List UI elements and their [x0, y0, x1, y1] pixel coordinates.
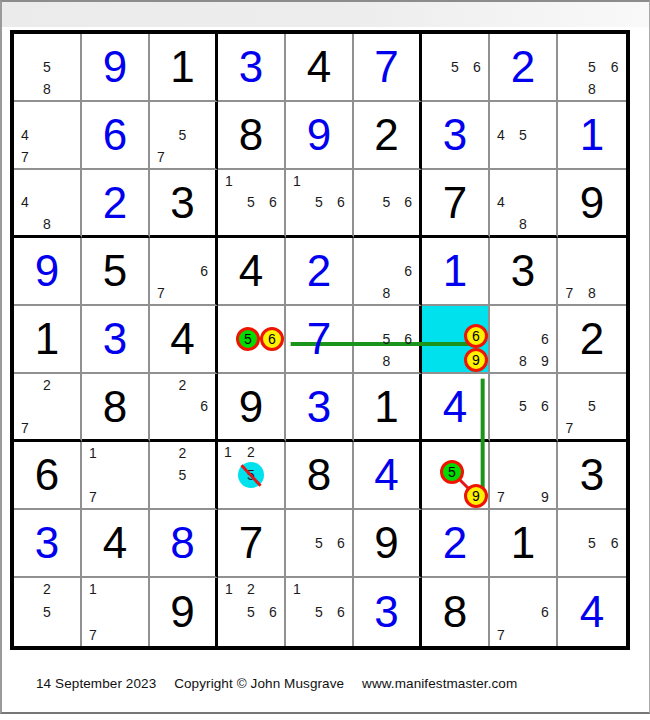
digit-r6c4: 9	[218, 374, 284, 439]
candidate-r2c3-7: 7	[157, 150, 165, 164]
candidate-r4c9-8: 8	[588, 286, 596, 300]
candidate-r3c4-5: 5	[247, 195, 255, 209]
cell-r6c3[interactable]: 26	[150, 374, 218, 442]
candidate-r3c5-5: 5	[315, 195, 323, 209]
cell-r6c1[interactable]: 27	[14, 374, 82, 442]
candidates-r2c8: 45	[490, 102, 556, 168]
candidate-r9c5-6: 6	[337, 605, 345, 619]
digit-r2c5: 9	[286, 102, 352, 168]
digit-r2c9: 1	[558, 102, 626, 168]
candidate-r7c8-7: 7	[497, 490, 505, 504]
cell-r5c6[interactable]: 568	[354, 306, 422, 374]
cell-r2c4[interactable]: 8	[218, 102, 286, 170]
cell-r7c7[interactable]: 59	[422, 442, 490, 510]
candidates-r2c1: 47	[14, 102, 80, 168]
digit-r8c2: 4	[82, 510, 148, 576]
candidates-r1c9: 568	[558, 34, 626, 100]
cell-r3c4[interactable]: 156	[218, 170, 286, 238]
digit-r4c8: 3	[490, 238, 556, 304]
cell-r8c8[interactable]: 1	[490, 510, 558, 578]
candidate-r6c3-6: 6	[200, 399, 208, 413]
candidates-r3c8: 48	[490, 170, 556, 235]
cell-r6c8[interactable]: 56	[490, 374, 558, 442]
candidate-r9c4-1: 1	[225, 582, 233, 596]
candidate-r5c4-5: 5	[236, 327, 260, 351]
digit-r2c6: 2	[354, 102, 419, 168]
candidates-r4c9: 78	[558, 238, 626, 304]
digit-r1c8: 2	[490, 34, 556, 100]
candidates-r6c8: 56	[490, 374, 556, 439]
candidate-r9c1-2: 2	[43, 582, 51, 596]
candidate-r3c1-4: 4	[21, 195, 29, 209]
digit-r6c2: 8	[82, 374, 148, 439]
candidate-r3c1-8: 8	[43, 217, 51, 231]
digit-r5c3: 4	[150, 306, 215, 372]
candidate-r3c5-1: 1	[293, 174, 301, 188]
candidate-r5c8-8: 8	[519, 354, 527, 368]
candidate-r5c6-5: 5	[383, 332, 391, 346]
candidates-r9c2: 17	[82, 578, 148, 646]
candidate-r9c5-5: 5	[315, 605, 323, 619]
cell-r1c7[interactable]: 56	[422, 34, 490, 102]
cell-r8c1[interactable]: 3	[14, 510, 82, 578]
candidate-r6c9-7: 7	[565, 421, 573, 435]
digit-r8c7: 2	[422, 510, 488, 576]
candidate-r1c1-5: 5	[43, 60, 51, 74]
candidate-r8c5-6: 6	[337, 536, 345, 550]
candidates-r7c3: 25	[150, 442, 215, 508]
cell-r4c8[interactable]: 3	[490, 238, 558, 306]
cell-r8c9[interactable]: 56	[558, 510, 626, 578]
cell-r1c6[interactable]: 7	[354, 34, 422, 102]
candidate-r7c4-5: 5	[238, 462, 264, 488]
candidate-r4c3-6: 6	[200, 264, 208, 278]
digit-r1c6: 7	[354, 34, 419, 100]
cell-r7c5[interactable]: 8	[286, 442, 354, 510]
cell-r4c9[interactable]: 78	[558, 238, 626, 306]
digit-r5c1: 1	[14, 306, 80, 372]
cell-r1c5[interactable]: 4	[286, 34, 354, 102]
candidate-r9c8-7: 7	[497, 628, 505, 642]
board-grid: 5891347562568476578923451482315615656748…	[14, 34, 626, 646]
candidate-r7c4-1: 1	[224, 445, 232, 459]
digit-r1c4: 3	[218, 34, 284, 100]
candidates-r5c6: 568	[354, 306, 419, 372]
cell-r5c7[interactable]: 69	[422, 306, 490, 374]
cell-r5c1[interactable]: 1	[14, 306, 82, 374]
digit-r4c2: 5	[82, 238, 148, 304]
candidate-r1c7-5: 5	[451, 60, 459, 74]
candidates-r6c1: 27	[14, 374, 80, 439]
cell-r7c4[interactable]: 125	[218, 442, 286, 510]
digit-r8c1: 3	[14, 510, 80, 576]
cell-r1c4[interactable]: 3	[218, 34, 286, 102]
cell-r7c6[interactable]: 4	[354, 442, 422, 510]
digit-r3c7: 7	[422, 170, 488, 235]
digit-r7c6: 4	[354, 442, 419, 508]
candidate-r3c4-6: 6	[269, 195, 277, 209]
candidates-r8c9: 56	[558, 510, 626, 576]
candidates-r9c5: 156	[286, 578, 352, 646]
cell-r7c2[interactable]: 17	[82, 442, 150, 510]
candidates-r7c4: 125	[218, 442, 284, 508]
digit-r9c6: 3	[354, 578, 419, 646]
cell-r4c2[interactable]: 5	[82, 238, 150, 306]
cell-r1c8[interactable]: 2	[490, 34, 558, 102]
candidate-r9c8-6: 6	[541, 605, 549, 619]
cell-r2c8[interactable]: 45	[490, 102, 558, 170]
candidate-r6c1-7: 7	[21, 421, 29, 435]
candidate-r2c1-7: 7	[21, 150, 29, 164]
candidates-r7c2: 17	[82, 442, 148, 508]
candidate-r6c9-5: 5	[588, 399, 596, 413]
digit-r3c3: 3	[150, 170, 215, 235]
cell-r4c6[interactable]: 68	[354, 238, 422, 306]
candidate-r3c8-4: 4	[497, 195, 505, 209]
candidate-r5c6-8: 8	[383, 354, 391, 368]
cell-r4c5[interactable]: 2	[286, 238, 354, 306]
cell-r6c5[interactable]: 3	[286, 374, 354, 442]
candidate-r4c6-8: 8	[383, 286, 391, 300]
candidate-r2c1-4: 4	[21, 128, 29, 142]
digit-r5c5: 7	[286, 306, 352, 372]
candidates-r8c5: 56	[286, 510, 352, 576]
candidates-r9c4: 1256	[218, 578, 284, 646]
candidate-r7c3-5: 5	[179, 468, 187, 482]
candidate-r6c8-6: 6	[541, 399, 549, 413]
candidate-r5c7-6: 6	[464, 324, 488, 348]
candidate-r7c8-9: 9	[541, 490, 549, 504]
cell-r7c3[interactable]: 25	[150, 442, 218, 510]
candidate-r3c6-5: 5	[383, 195, 391, 209]
digit-r4c4: 4	[218, 238, 284, 304]
candidate-r3c5-6: 6	[337, 195, 345, 209]
cell-r3c8[interactable]: 48	[490, 170, 558, 238]
cell-r6c6[interactable]: 1	[354, 374, 422, 442]
candidate-r5c4-6: 6	[260, 327, 284, 351]
digit-r4c5: 2	[286, 238, 352, 304]
cell-r5c8[interactable]: 689	[490, 306, 558, 374]
candidates-r6c3: 26	[150, 374, 215, 439]
cell-r2c7[interactable]: 3	[422, 102, 490, 170]
candidate-r9c1-5: 5	[43, 605, 51, 619]
cell-r9c1[interactable]: 25	[14, 578, 82, 646]
footer-copyright: Copyright © John Musgrave	[174, 676, 344, 691]
cell-r3c3[interactable]: 3	[150, 170, 218, 238]
cell-r8c5[interactable]: 56	[286, 510, 354, 578]
candidates-r3c1: 48	[14, 170, 80, 235]
candidate-r6c3-2: 2	[179, 378, 187, 392]
cell-r2c9[interactable]: 1	[558, 102, 626, 170]
digit-r2c2: 6	[82, 102, 148, 168]
candidate-r3c6-6: 6	[404, 195, 412, 209]
cell-r2c6[interactable]: 2	[354, 102, 422, 170]
candidate-r8c9-6: 6	[611, 536, 619, 550]
cell-r9c5[interactable]: 156	[286, 578, 354, 646]
cell-r6c7[interactable]: 4	[422, 374, 490, 442]
candidate-r7c7-5: 5	[440, 460, 464, 484]
digit-r8c3: 8	[150, 510, 215, 576]
cell-r1c9[interactable]: 568	[558, 34, 626, 102]
candidates-r5c4: 56	[218, 306, 284, 372]
cell-r6c4[interactable]: 9	[218, 374, 286, 442]
cell-r9c4[interactable]: 1256	[218, 578, 286, 646]
cell-r9c6[interactable]: 3	[354, 578, 422, 646]
candidate-r8c9-5: 5	[588, 536, 596, 550]
digit-r6c5: 3	[286, 374, 352, 439]
candidate-r9c2-7: 7	[89, 628, 97, 642]
candidates-r4c6: 68	[354, 238, 419, 304]
candidate-r7c4-2: 2	[247, 445, 255, 459]
cell-r5c9[interactable]: 2	[558, 306, 626, 374]
candidates-r5c7: 69	[422, 306, 488, 372]
candidate-r5c6-6: 6	[404, 332, 412, 346]
cell-r3c1[interactable]: 48	[14, 170, 82, 238]
cell-r2c1[interactable]: 47	[14, 102, 82, 170]
candidate-r7c7-9: 9	[464, 484, 488, 508]
candidates-r3c4: 156	[218, 170, 284, 235]
cell-r8c3[interactable]: 8	[150, 510, 218, 578]
candidate-r4c3-7: 7	[157, 286, 165, 300]
candidates-r9c1: 25	[14, 578, 80, 646]
cell-r2c3[interactable]: 57	[150, 102, 218, 170]
footer-date: 14 September 2023	[36, 676, 156, 691]
candidates-r9c8: 67	[490, 578, 556, 646]
digit-r3c9: 9	[558, 170, 626, 235]
digit-r4c7: 1	[422, 238, 488, 304]
digit-r5c2: 3	[82, 306, 148, 372]
footer-website: www.manifestmaster.com	[362, 676, 517, 691]
cell-r7c8[interactable]: 79	[490, 442, 558, 510]
candidates-r5c8: 689	[490, 306, 556, 372]
digit-r9c3: 9	[150, 578, 215, 646]
header-bar	[2, 2, 649, 27]
candidate-r7c2-1: 1	[89, 446, 97, 460]
candidate-r1c1-8: 8	[43, 82, 51, 96]
cell-r4c7[interactable]: 1	[422, 238, 490, 306]
cell-r7c9[interactable]: 3	[558, 442, 626, 510]
cell-r9c7[interactable]: 8	[422, 578, 490, 646]
footer: 14 September 2023 Copyright © John Musgr…	[36, 676, 531, 691]
digit-r1c5: 4	[286, 34, 352, 100]
cell-r6c9[interactable]: 57	[558, 374, 626, 442]
candidate-r9c4-2: 2	[247, 582, 255, 596]
cell-r1c1[interactable]: 58	[14, 34, 82, 102]
cell-r3c7[interactable]: 7	[422, 170, 490, 238]
candidate-r6c1-2: 2	[43, 378, 51, 392]
candidates-r2c3: 57	[150, 102, 215, 168]
digit-r1c2: 9	[82, 34, 148, 100]
candidate-r6c8-5: 5	[519, 399, 527, 413]
digit-r8c6: 9	[354, 510, 419, 576]
digit-r4c1: 9	[14, 238, 80, 304]
candidates-r7c7: 59	[422, 442, 488, 508]
candidate-r9c4-5: 5	[247, 605, 255, 619]
digit-r7c5: 8	[286, 442, 352, 508]
cell-r8c7[interactable]: 2	[422, 510, 490, 578]
candidates-r3c5: 156	[286, 170, 352, 235]
cell-r5c5[interactable]: 7	[286, 306, 354, 374]
candidates-r6c9: 57	[558, 374, 626, 439]
candidate-r3c8-8: 8	[519, 217, 527, 231]
digit-r5c9: 2	[558, 306, 626, 372]
digit-r1c3: 1	[150, 34, 215, 100]
cell-r2c5[interactable]: 9	[286, 102, 354, 170]
sudoku-board: 5891347562568476578923451482315615656748…	[10, 30, 630, 650]
cell-r3c6[interactable]: 56	[354, 170, 422, 238]
candidate-r4c6-6: 6	[404, 264, 412, 278]
cell-r5c2[interactable]: 3	[82, 306, 150, 374]
candidate-r5c7-9: 9	[464, 348, 488, 372]
candidate-r9c5-1: 1	[293, 582, 301, 596]
cell-r8c2[interactable]: 4	[82, 510, 150, 578]
candidate-r2c8-4: 4	[497, 128, 505, 142]
candidates-r4c3: 67	[150, 238, 215, 304]
candidate-r5c8-6: 6	[541, 332, 549, 346]
candidates-r1c7: 56	[422, 34, 488, 100]
digit-r2c7: 3	[422, 102, 488, 168]
cell-r6c2[interactable]: 8	[82, 374, 150, 442]
cell-r9c9[interactable]: 4	[558, 578, 626, 646]
candidate-r7c3-2: 2	[179, 446, 187, 460]
digit-r8c4: 7	[218, 510, 284, 576]
digit-r8c8: 1	[490, 510, 556, 576]
candidate-r5c8-9: 9	[541, 354, 549, 368]
digit-r9c9: 4	[558, 578, 626, 646]
digit-r9c7: 8	[422, 578, 488, 646]
digit-r6c7: 4	[422, 374, 488, 439]
cell-r5c3[interactable]: 4	[150, 306, 218, 374]
cell-r2c2[interactable]: 6	[82, 102, 150, 170]
candidate-r9c2-1: 1	[89, 582, 97, 596]
cell-r1c2[interactable]: 9	[82, 34, 150, 102]
cell-r9c2[interactable]: 17	[82, 578, 150, 646]
candidate-r1c9-6: 6	[611, 60, 619, 74]
cell-r9c3[interactable]: 9	[150, 578, 218, 646]
digit-r2c4: 8	[218, 102, 284, 168]
candidate-r2c8-5: 5	[519, 128, 527, 142]
candidates-r3c6: 56	[354, 170, 419, 235]
cell-r4c4[interactable]: 4	[218, 238, 286, 306]
digit-r7c1: 6	[14, 442, 80, 508]
candidate-r1c9-5: 5	[588, 60, 596, 74]
cell-r3c5[interactable]: 156	[286, 170, 354, 238]
digit-r7c9: 3	[558, 442, 626, 508]
cell-r4c1[interactable]: 9	[14, 238, 82, 306]
candidate-r1c9-8: 8	[588, 82, 596, 96]
cell-r5c4[interactable]: 56	[218, 306, 286, 374]
candidate-r1c7-6: 6	[473, 60, 481, 74]
candidates-r1c1: 58	[14, 34, 80, 100]
candidate-r9c4-6: 6	[269, 605, 277, 619]
candidate-r2c3-5: 5	[179, 128, 187, 142]
cell-r3c9[interactable]: 9	[558, 170, 626, 238]
cell-r8c6[interactable]: 9	[354, 510, 422, 578]
digit-r3c2: 2	[82, 170, 148, 235]
candidate-r8c5-5: 5	[315, 536, 323, 550]
candidate-r7c2-7: 7	[89, 490, 97, 504]
cell-r7c1[interactable]: 6	[14, 442, 82, 510]
candidate-r3c4-1: 1	[225, 174, 233, 188]
cell-r1c3[interactable]: 1	[150, 34, 218, 102]
candidates-r7c8: 79	[490, 442, 556, 508]
cell-r4c3[interactable]: 67	[150, 238, 218, 306]
digit-r6c6: 1	[354, 374, 419, 439]
candidate-r4c9-7: 7	[565, 286, 573, 300]
cell-r8c4[interactable]: 7	[218, 510, 286, 578]
cell-r9c8[interactable]: 67	[490, 578, 558, 646]
cell-r3c2[interactable]: 2	[82, 170, 150, 238]
